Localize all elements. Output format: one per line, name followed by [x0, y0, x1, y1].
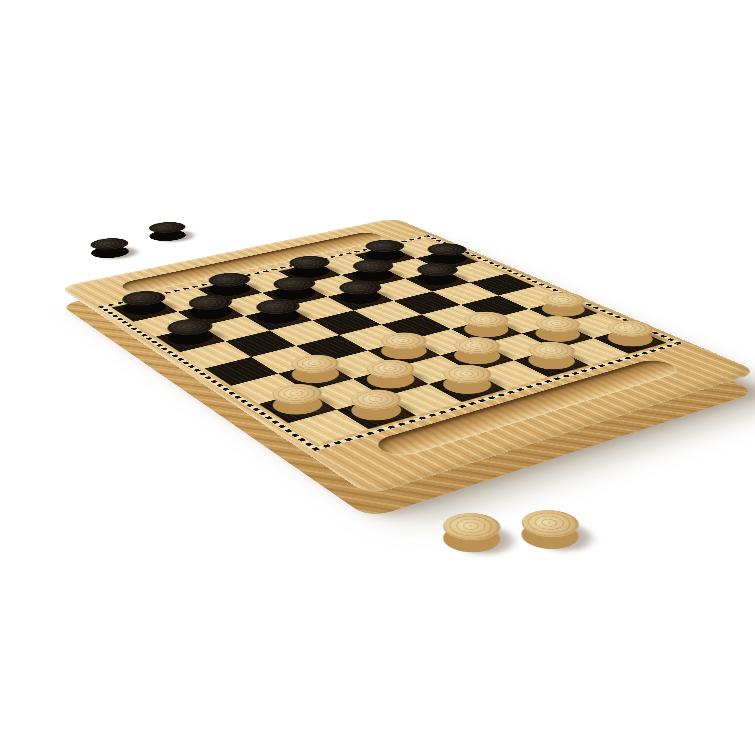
checkers-board [60, 234, 755, 519]
wood-piece-r8c4 [434, 361, 502, 387]
wood-piece-r7c5 [445, 334, 510, 358]
wood-piece-r8c8 [599, 317, 663, 340]
table-surface [0, 165, 755, 755]
black-piece-r2c8 [420, 241, 475, 258]
wood-piece-r6c6 [456, 309, 518, 331]
wood-piece-r8c2 [341, 386, 411, 414]
black-piece-off-board-1 [84, 236, 134, 252]
wood-piece-r7c3 [357, 356, 424, 382]
wood-piece-off-board-1 [432, 508, 512, 546]
wood-piece-off-board-2 [510, 505, 591, 543]
wood-piece-r6c2 [282, 351, 348, 376]
wood-piece-r7c1 [263, 380, 331, 408]
wood-piece-r6c8 [533, 290, 594, 310]
wood-piece-r8c6 [519, 339, 585, 363]
product-photo-scene [0, 0, 755, 755]
wood-piece-r6c4 [372, 329, 436, 352]
wood-piece-r7c7 [527, 313, 590, 335]
board-top-face [59, 218, 755, 496]
black-piece-off-board-2 [143, 220, 192, 235]
